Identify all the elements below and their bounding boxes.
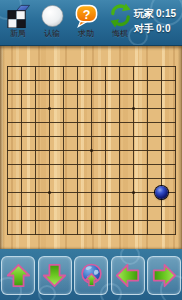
arrow-up-icon xyxy=(5,262,32,289)
opponent-label: 对手 xyxy=(134,23,154,34)
opponent-time: 0:0 xyxy=(156,23,170,34)
resign-label: 认输 xyxy=(44,29,60,39)
star-point xyxy=(48,107,51,110)
star-point xyxy=(90,149,93,152)
move-left-button[interactable] xyxy=(111,256,145,295)
star-point xyxy=(48,191,51,194)
player-time: 0:15 xyxy=(156,8,176,19)
goban[interactable] xyxy=(0,46,182,249)
top-toolbar: 新局 认输 ? 求助 xyxy=(0,0,182,46)
question-glyph: ? xyxy=(82,8,90,22)
recycle-arrows-icon xyxy=(108,3,133,28)
new-game-label: 新局 xyxy=(10,29,26,39)
move-down-button[interactable] xyxy=(38,256,72,295)
resign-button[interactable]: 认输 xyxy=(35,3,69,39)
tool-row: 新局 认输 ? 求助 xyxy=(1,3,137,39)
confirm-move-button[interactable] xyxy=(74,256,108,295)
undo-move-button[interactable]: 悔棋 xyxy=(103,3,137,39)
arrow-down-icon xyxy=(41,262,68,289)
white-stone-icon xyxy=(40,3,65,28)
go-app-screen: 新局 认输 ? 求助 xyxy=(0,0,182,300)
new-game-button[interactable]: 新局 xyxy=(1,3,35,39)
move-right-button[interactable] xyxy=(147,256,181,295)
board-cube-icon xyxy=(6,3,31,28)
help-button[interactable]: ? 求助 xyxy=(69,3,103,39)
clock-panel: 玩家0:15 对手0:0 xyxy=(134,6,178,36)
stones-layer xyxy=(0,59,182,241)
arrow-left-icon xyxy=(114,262,141,289)
star-point xyxy=(132,191,135,194)
globe-confirm-icon xyxy=(78,262,105,289)
question-bubble-icon: ? xyxy=(74,3,99,28)
undo-label: 悔棋 xyxy=(112,29,128,39)
black-stone[interactable] xyxy=(155,186,168,199)
opponent-clock: 对手0:0 xyxy=(134,21,178,36)
move-up-button[interactable] xyxy=(1,256,35,295)
bottom-toolbar xyxy=(0,249,182,300)
player-label: 玩家 xyxy=(134,8,154,19)
nav-row xyxy=(0,256,182,295)
player-clock: 玩家0:15 xyxy=(134,6,178,21)
help-label: 求助 xyxy=(78,29,94,39)
star-point xyxy=(132,107,135,110)
arrow-right-icon xyxy=(151,262,178,289)
